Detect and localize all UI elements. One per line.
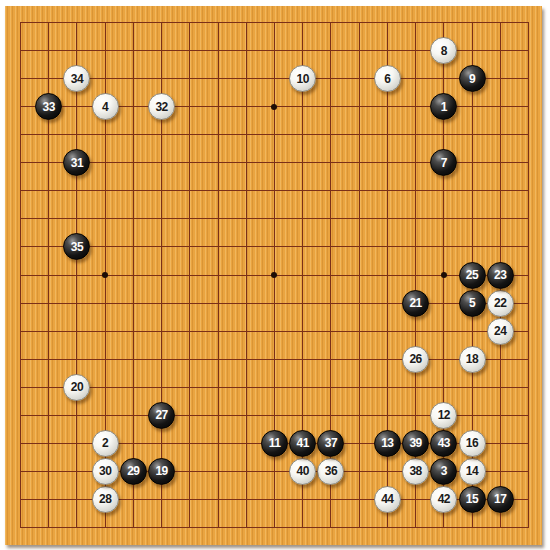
- move-number: 35: [71, 240, 83, 254]
- white-stone-34[interactable]: 34: [63, 65, 90, 92]
- black-stone-31[interactable]: 31: [63, 149, 90, 176]
- move-number: 34: [71, 72, 83, 86]
- move-number: 7: [441, 156, 447, 170]
- move-number: 2: [102, 436, 108, 450]
- go-diagram-page: 1234567891011121314151617181920212223242…: [0, 0, 550, 550]
- black-stone-25[interactable]: 25: [459, 262, 486, 289]
- move-number: 13: [381, 436, 393, 450]
- move-number: 19: [155, 464, 167, 478]
- goban-grid: 1234567891011121314151617181920212223242…: [20, 22, 529, 528]
- black-stone-21[interactable]: 21: [402, 290, 429, 317]
- move-number: 18: [466, 352, 478, 366]
- move-number: 21: [409, 296, 421, 310]
- black-stone-9[interactable]: 9: [459, 65, 486, 92]
- white-stone-18[interactable]: 18: [459, 346, 486, 373]
- black-stone-5[interactable]: 5: [459, 290, 486, 317]
- white-stone-2[interactable]: 2: [92, 430, 119, 457]
- black-stone-35[interactable]: 35: [63, 233, 90, 260]
- move-number: 6: [384, 72, 390, 86]
- black-stone-15[interactable]: 15: [459, 486, 486, 513]
- black-stone-19[interactable]: 19: [148, 458, 175, 485]
- move-number: 31: [71, 156, 83, 170]
- black-stone-17[interactable]: 17: [487, 486, 514, 513]
- move-number: 1: [441, 100, 447, 114]
- star-point: [102, 272, 108, 278]
- white-stone-10[interactable]: 10: [289, 65, 316, 92]
- white-stone-22[interactable]: 22: [487, 290, 514, 317]
- move-number: 41: [297, 436, 309, 450]
- white-stone-32[interactable]: 32: [148, 93, 175, 120]
- move-number: 12: [438, 408, 450, 422]
- white-stone-20[interactable]: 20: [63, 374, 90, 401]
- goban[interactable]: 1234567891011121314151617181920212223242…: [5, 6, 542, 545]
- star-point: [441, 272, 447, 278]
- move-number: 40: [297, 464, 309, 478]
- black-stone-37[interactable]: 37: [317, 430, 344, 457]
- black-stone-13[interactable]: 13: [374, 430, 401, 457]
- white-stone-30[interactable]: 30: [92, 458, 119, 485]
- move-number: 15: [466, 492, 478, 506]
- move-number: 24: [494, 324, 506, 338]
- move-number: 5: [469, 296, 475, 310]
- white-stone-26[interactable]: 26: [402, 346, 429, 373]
- black-stone-41[interactable]: 41: [289, 430, 316, 457]
- move-number: 10: [297, 72, 309, 86]
- white-stone-16[interactable]: 16: [459, 430, 486, 457]
- move-number: 4: [102, 100, 108, 114]
- white-stone-28[interactable]: 28: [92, 486, 119, 513]
- black-stone-43[interactable]: 43: [430, 430, 457, 457]
- white-stone-36[interactable]: 36: [317, 458, 344, 485]
- white-stone-24[interactable]: 24: [487, 318, 514, 345]
- move-number: 11: [269, 436, 281, 450]
- move-number: 17: [494, 492, 506, 506]
- move-number: 22: [494, 296, 506, 310]
- move-number: 20: [71, 380, 83, 394]
- white-stone-6[interactable]: 6: [374, 65, 401, 92]
- white-stone-12[interactable]: 12: [430, 402, 457, 429]
- move-number: 37: [325, 436, 337, 450]
- move-number: 8: [441, 44, 447, 58]
- move-number: 32: [155, 100, 167, 114]
- black-stone-39[interactable]: 39: [402, 430, 429, 457]
- white-stone-14[interactable]: 14: [459, 458, 486, 485]
- move-number: 44: [381, 492, 393, 506]
- move-number: 43: [438, 436, 450, 450]
- black-stone-23[interactable]: 23: [487, 262, 514, 289]
- move-number: 28: [99, 492, 111, 506]
- black-stone-29[interactable]: 29: [120, 458, 147, 485]
- move-number: 23: [494, 268, 506, 282]
- move-number: 39: [409, 436, 421, 450]
- move-number: 16: [466, 436, 478, 450]
- black-stone-11[interactable]: 11: [261, 430, 288, 457]
- move-number: 27: [155, 408, 167, 422]
- black-stone-3[interactable]: 3: [430, 458, 457, 485]
- white-stone-42[interactable]: 42: [430, 486, 457, 513]
- move-number: 36: [325, 464, 337, 478]
- star-point: [271, 272, 277, 278]
- move-number: 3: [441, 464, 447, 478]
- move-number: 25: [466, 268, 478, 282]
- black-stone-1[interactable]: 1: [430, 93, 457, 120]
- move-number: 33: [43, 100, 55, 114]
- move-number: 30: [99, 464, 111, 478]
- black-stone-27[interactable]: 27: [148, 402, 175, 429]
- move-number: 38: [409, 464, 421, 478]
- move-number: 42: [438, 492, 450, 506]
- white-stone-38[interactable]: 38: [402, 458, 429, 485]
- move-number: 29: [127, 464, 139, 478]
- white-stone-8[interactable]: 8: [430, 37, 457, 64]
- white-stone-40[interactable]: 40: [289, 458, 316, 485]
- black-stone-33[interactable]: 33: [35, 93, 62, 120]
- white-stone-4[interactable]: 4: [92, 93, 119, 120]
- move-number: 26: [409, 352, 421, 366]
- star-point: [271, 104, 277, 110]
- white-stone-44[interactable]: 44: [374, 486, 401, 513]
- move-number: 9: [469, 72, 475, 86]
- black-stone-7[interactable]: 7: [430, 149, 457, 176]
- move-number: 14: [466, 464, 478, 478]
